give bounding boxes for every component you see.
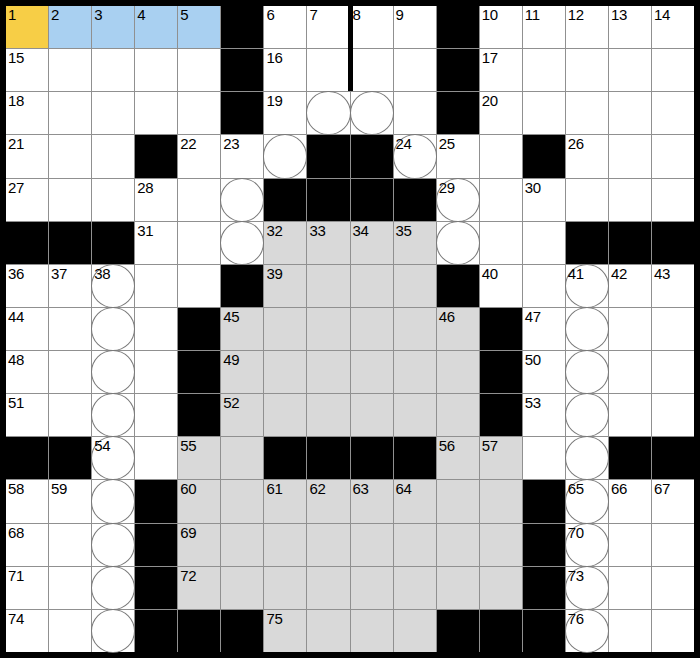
- clue-number: 21: [8, 135, 24, 152]
- cell-r8-c8[interactable]: [307, 308, 349, 350]
- cell-r3-c13[interactable]: [523, 92, 565, 134]
- cell-r2-c12[interactable]: 17: [480, 49, 522, 91]
- cell-r8-c7[interactable]: [264, 308, 306, 350]
- block-cell-r7-c11: [437, 265, 479, 307]
- cell-r14-c2[interactable]: [49, 567, 91, 609]
- clue-number: 33: [309, 222, 325, 239]
- cell-r9-c15[interactable]: [609, 351, 651, 393]
- block-cell-r11-c7: [264, 437, 306, 479]
- cell-r1-c12[interactable]: 10: [480, 6, 522, 48]
- cell-r4-c2[interactable]: [49, 135, 91, 177]
- cell-r11-c11[interactable]: 56: [437, 437, 479, 479]
- block-cell-r6-c16: [652, 222, 694, 264]
- cell-r5-c14[interactable]: [566, 179, 608, 221]
- cell-r5-c1[interactable]: 27: [6, 179, 48, 221]
- cell-r10-c15[interactable]: [609, 394, 651, 436]
- cell-r1-c4[interactable]: 4: [135, 6, 177, 48]
- cell-r11-c14[interactable]: [566, 437, 608, 479]
- block-cell-r11-c10: [394, 437, 436, 479]
- cell-r9-c6[interactable]: 49: [221, 351, 263, 393]
- cell-r9-c16[interactable]: [652, 351, 694, 393]
- cell-r5-c16[interactable]: [652, 179, 694, 221]
- cell-r8-c4[interactable]: [135, 308, 177, 350]
- clue-number: 51: [8, 394, 24, 411]
- cell-r12-c16[interactable]: 67: [652, 480, 694, 522]
- clue-number: 24: [396, 135, 412, 152]
- cell-r13-c1[interactable]: 68: [6, 524, 48, 566]
- cell-r3-c12[interactable]: 20: [480, 92, 522, 134]
- cell-r10-c4[interactable]: [135, 394, 177, 436]
- cell-r9-c14[interactable]: [566, 351, 608, 393]
- block-cell-r3-c11: [437, 92, 479, 134]
- cell-r4-c3[interactable]: [92, 135, 134, 177]
- clue-number: 48: [8, 351, 24, 368]
- clue-number: 9: [396, 6, 404, 23]
- cell-r3-c14[interactable]: [566, 92, 608, 134]
- circle-marker: [350, 91, 394, 135]
- cell-r1-c16[interactable]: 14: [652, 6, 694, 48]
- cell-r11-c5[interactable]: 55: [178, 437, 220, 479]
- cell-r8-c9[interactable]: [351, 308, 393, 350]
- cell-r12-c9[interactable]: 63: [351, 480, 393, 522]
- cell-r14-c3[interactable]: [92, 567, 134, 609]
- clue-number: 27: [8, 179, 24, 196]
- cell-r9-c4[interactable]: [135, 351, 177, 393]
- cell-r5-c3[interactable]: [92, 179, 134, 221]
- clue-number: 12: [568, 6, 584, 23]
- cell-r11-c13[interactable]: [523, 437, 565, 479]
- cell-r5-c5[interactable]: [178, 179, 220, 221]
- circle-marker: [91, 566, 135, 610]
- cell-r8-c2[interactable]: [49, 308, 91, 350]
- block-cell-r8-c12: [480, 308, 522, 350]
- cell-r10-c16[interactable]: [652, 394, 694, 436]
- block-cell-r14-c13: [523, 567, 565, 609]
- cell-r3-c15[interactable]: [609, 92, 651, 134]
- clue-number: 2: [51, 6, 59, 23]
- cell-r1-c3[interactable]: 3: [92, 6, 134, 48]
- cell-r2-c14[interactable]: [566, 49, 608, 91]
- cell-r13-c14[interactable]: 70: [566, 524, 608, 566]
- cell-r5-c4[interactable]: 28: [135, 179, 177, 221]
- cell-r4-c11[interactable]: 25: [437, 135, 479, 177]
- cell-r2-c8[interactable]: [307, 49, 349, 91]
- cell-r14-c15[interactable]: [609, 567, 651, 609]
- cell-r7-c16[interactable]: 43: [652, 265, 694, 307]
- block-cell-r5-c7: [264, 179, 306, 221]
- cell-r6-c7[interactable]: 32: [264, 222, 306, 264]
- cell-r7-c2[interactable]: 37: [49, 265, 91, 307]
- clue-number: 66: [611, 480, 627, 497]
- cell-r4-c16[interactable]: [652, 135, 694, 177]
- cell-r12-c1[interactable]: 58: [6, 480, 48, 522]
- cell-r2-c10[interactable]: [394, 49, 436, 91]
- cell-r12-c15[interactable]: 66: [609, 480, 651, 522]
- cell-r14-c5[interactable]: 72: [178, 567, 220, 609]
- cell-r4-c6[interactable]: 23: [221, 135, 263, 177]
- cell-r13-c7[interactable]: [264, 524, 306, 566]
- cell-r15-c14[interactable]: 76: [566, 610, 608, 652]
- cell-r12-c3[interactable]: [92, 480, 134, 522]
- clue-number: 55: [180, 437, 196, 454]
- cell-r14-c8[interactable]: [307, 567, 349, 609]
- clue-number: 28: [137, 179, 153, 196]
- cell-r12-c8[interactable]: 62: [307, 480, 349, 522]
- block-cell-r15-c12: [480, 610, 522, 652]
- clue-number: 14: [654, 6, 670, 23]
- block-cell-r2-c11: [437, 49, 479, 91]
- cell-r15-c15[interactable]: [609, 610, 651, 652]
- clue-number: 3: [94, 6, 102, 23]
- block-cell-r7-c6: [221, 265, 263, 307]
- cell-r2-c1[interactable]: 15: [6, 49, 48, 91]
- cell-r10-c9[interactable]: [351, 394, 393, 436]
- clue-number: 18: [8, 92, 24, 109]
- clue-number: 16: [266, 49, 282, 66]
- cell-r4-c5[interactable]: 22: [178, 135, 220, 177]
- cell-r11-c12[interactable]: 57: [480, 437, 522, 479]
- cell-r12-c12[interactable]: [480, 480, 522, 522]
- clue-number: 50: [525, 351, 541, 368]
- cell-r6-c10[interactable]: 35: [394, 222, 436, 264]
- block-cell-r8-c5: [178, 308, 220, 350]
- cell-r11-c6[interactable]: [221, 437, 263, 479]
- cell-r14-c14[interactable]: 73: [566, 567, 608, 609]
- clue-number: 39: [266, 265, 282, 282]
- clue-number: 73: [568, 567, 584, 584]
- circle-marker: [91, 479, 135, 523]
- cell-r2-c15[interactable]: [609, 49, 651, 91]
- cell-r14-c1[interactable]: 71: [6, 567, 48, 609]
- cell-r13-c8[interactable]: [307, 524, 349, 566]
- cell-r8-c15[interactable]: [609, 308, 651, 350]
- cell-r7-c14[interactable]: 41: [566, 265, 608, 307]
- cell-r5-c2[interactable]: [49, 179, 91, 221]
- cell-r10-c13[interactable]: 53: [523, 394, 565, 436]
- cell-r2-c5[interactable]: [178, 49, 220, 91]
- clue-number: 49: [223, 351, 239, 368]
- cell-r3-c3[interactable]: [92, 92, 134, 134]
- clue-number: 71: [8, 567, 24, 584]
- clue-number: 38: [94, 265, 110, 282]
- cell-r7-c10[interactable]: [394, 265, 436, 307]
- cell-r3-c5[interactable]: [178, 92, 220, 134]
- block-cell-r11-c15: [609, 437, 651, 479]
- block-cell-r11-c8: [307, 437, 349, 479]
- clue-number: 13: [611, 6, 627, 23]
- block-cell-r15-c13: [523, 610, 565, 652]
- cell-r15-c16[interactable]: [652, 610, 694, 652]
- cell-r3-c10[interactable]: [394, 92, 436, 134]
- cell-r13-c9[interactable]: [351, 524, 393, 566]
- cell-r9-c2[interactable]: [49, 351, 91, 393]
- cell-r12-c10[interactable]: 64: [394, 480, 436, 522]
- cell-r1-c1[interactable]: 1: [6, 6, 48, 48]
- clue-number: 43: [654, 265, 670, 282]
- block-cell-r12-c13: [523, 480, 565, 522]
- cell-r14-c6[interactable]: [221, 567, 263, 609]
- cell-r11-c4[interactable]: [135, 437, 177, 479]
- cell-r7-c12[interactable]: 40: [480, 265, 522, 307]
- cell-r10-c3[interactable]: [92, 394, 134, 436]
- cell-r1-c10[interactable]: 9: [394, 6, 436, 48]
- cell-r15-c2[interactable]: [49, 610, 91, 652]
- cell-r5-c15[interactable]: [609, 179, 651, 221]
- block-cell-r15-c5: [178, 610, 220, 652]
- cell-r1-c14[interactable]: 12: [566, 6, 608, 48]
- cell-r2-c7[interactable]: 16: [264, 49, 306, 91]
- cell-r10-c8[interactable]: [307, 394, 349, 436]
- clue-number: 60: [180, 480, 196, 497]
- clue-number: 6: [266, 6, 274, 23]
- cell-r9-c3[interactable]: [92, 351, 134, 393]
- clue-number: 65: [568, 480, 584, 497]
- cell-r4-c14[interactable]: 26: [566, 135, 608, 177]
- circle-marker: [263, 134, 307, 178]
- clue-number: 72: [180, 567, 196, 584]
- cell-r1-c2[interactable]: 2: [49, 6, 91, 48]
- clue-number: 58: [8, 480, 24, 497]
- clue-number: 8: [353, 6, 361, 23]
- cell-r9-c10[interactable]: [394, 351, 436, 393]
- cell-r6-c13[interactable]: [523, 222, 565, 264]
- cell-r9-c9[interactable]: [351, 351, 393, 393]
- cell-r8-c6[interactable]: 45: [221, 308, 263, 350]
- cell-r1-c5[interactable]: 5: [178, 6, 220, 48]
- block-cell-r6-c15: [609, 222, 651, 264]
- clue-number: 35: [396, 222, 412, 239]
- cell-r10-c6[interactable]: 52: [221, 394, 263, 436]
- block-cell-r9-c5: [178, 351, 220, 393]
- cell-r13-c10[interactable]: [394, 524, 436, 566]
- cell-r9-c13[interactable]: 50: [523, 351, 565, 393]
- cell-r15-c3[interactable]: [92, 610, 134, 652]
- cell-r14-c11[interactable]: [437, 567, 479, 609]
- block-cell-r6-c3: [92, 222, 134, 264]
- cell-r14-c10[interactable]: [394, 567, 436, 609]
- clue-number: 34: [353, 222, 369, 239]
- circle-marker: [91, 609, 135, 653]
- cell-r6-c9[interactable]: 34: [351, 222, 393, 264]
- cell-r2-c16[interactable]: [652, 49, 694, 91]
- clue-number: 54: [94, 437, 110, 454]
- cell-r2-c13[interactable]: [523, 49, 565, 91]
- cell-r13-c15[interactable]: [609, 524, 651, 566]
- cell-r10-c14[interactable]: [566, 394, 608, 436]
- clue-number: 76: [568, 610, 584, 627]
- cell-r12-c2[interactable]: 59: [49, 480, 91, 522]
- cell-r5-c11[interactable]: 29: [437, 179, 479, 221]
- block-cell-r9-c12: [480, 351, 522, 393]
- cell-r7-c3[interactable]: 38: [92, 265, 134, 307]
- clue-number: 40: [482, 265, 498, 282]
- cell-r9-c1[interactable]: 48: [6, 351, 48, 393]
- cell-r1-c8[interactable]: 7: [307, 6, 349, 48]
- circle-marker: [91, 393, 135, 437]
- cell-r8-c1[interactable]: 44: [6, 308, 48, 350]
- clue-number: 69: [180, 524, 196, 541]
- cell-r12-c6[interactable]: [221, 480, 263, 522]
- clue-number: 25: [439, 135, 455, 152]
- cell-r8-c11[interactable]: 46: [437, 308, 479, 350]
- cell-r5-c13[interactable]: 30: [523, 179, 565, 221]
- cell-r2-c3[interactable]: [92, 49, 134, 91]
- cell-r4-c7[interactable]: [264, 135, 306, 177]
- block-cell-r12-c4: [135, 480, 177, 522]
- cell-r13-c12[interactable]: [480, 524, 522, 566]
- block-cell-r4-c8: [307, 135, 349, 177]
- cell-r13-c11[interactable]: [437, 524, 479, 566]
- cell-r6-c6[interactable]: [221, 222, 263, 264]
- cell-r15-c1[interactable]: 74: [6, 610, 48, 652]
- cell-r8-c16[interactable]: [652, 308, 694, 350]
- clue-number: 74: [8, 610, 24, 627]
- cell-r10-c1[interactable]: 51: [6, 394, 48, 436]
- cell-r3-c8[interactable]: [307, 92, 349, 134]
- cell-r14-c16[interactable]: [652, 567, 694, 609]
- cell-r9-c8[interactable]: [307, 351, 349, 393]
- cell-r3-c1[interactable]: 18: [6, 92, 48, 134]
- cell-r4-c12[interactable]: [480, 135, 522, 177]
- cell-r1-c7[interactable]: 6: [264, 6, 306, 48]
- cell-r7-c4[interactable]: [135, 265, 177, 307]
- clue-number: 47: [525, 308, 541, 325]
- cell-r9-c11[interactable]: [437, 351, 479, 393]
- cell-r12-c5[interactable]: 60: [178, 480, 220, 522]
- circle-marker: [565, 350, 609, 394]
- cell-r12-c7[interactable]: 61: [264, 480, 306, 522]
- cell-r7-c1[interactable]: 36: [6, 265, 48, 307]
- clue-number: 53: [525, 394, 541, 411]
- cell-r3-c9[interactable]: [351, 92, 393, 134]
- block-cell-r4-c4: [135, 135, 177, 177]
- circle-marker: [220, 221, 264, 265]
- block-cell-r1-c6: [221, 6, 263, 48]
- cell-r6-c8[interactable]: 33: [307, 222, 349, 264]
- cell-r14-c12[interactable]: [480, 567, 522, 609]
- cell-r6-c11[interactable]: [437, 222, 479, 264]
- clue-number: 52: [223, 394, 239, 411]
- clue-number: 42: [611, 265, 627, 282]
- block-cell-r2-c6: [221, 49, 263, 91]
- cell-r5-c6[interactable]: [221, 179, 263, 221]
- block-cell-r15-c11: [437, 610, 479, 652]
- block-cell-r13-c13: [523, 524, 565, 566]
- cell-r12-c11[interactable]: [437, 480, 479, 522]
- clue-number: 36: [8, 265, 24, 282]
- cell-r8-c14[interactable]: [566, 308, 608, 350]
- cell-r3-c7[interactable]: 19: [264, 92, 306, 134]
- cell-r7-c13[interactable]: [523, 265, 565, 307]
- cell-r6-c12[interactable]: [480, 222, 522, 264]
- cell-r1-c15[interactable]: 13: [609, 6, 651, 48]
- circle-marker: [91, 523, 135, 567]
- clue-number: 20: [482, 92, 498, 109]
- cell-r7-c15[interactable]: 42: [609, 265, 651, 307]
- block-cell-r11-c1: [6, 437, 48, 479]
- clue-number: 30: [525, 179, 541, 196]
- cell-r13-c6[interactable]: [221, 524, 263, 566]
- cell-r8-c3[interactable]: [92, 308, 134, 350]
- cell-r4-c1[interactable]: 21: [6, 135, 48, 177]
- clue-number: 67: [654, 480, 670, 497]
- cell-r7-c9[interactable]: [351, 265, 393, 307]
- block-cell-r5-c9: [351, 179, 393, 221]
- cell-r15-c7[interactable]: 75: [264, 610, 306, 652]
- clue-number: 63: [353, 480, 369, 497]
- cell-r7-c8[interactable]: [307, 265, 349, 307]
- cell-r1-c9[interactable]: 8: [351, 6, 393, 48]
- cell-r12-c14[interactable]: 65: [566, 480, 608, 522]
- cell-r11-c3[interactable]: 54: [92, 437, 134, 479]
- block-cell-r4-c13: [523, 135, 565, 177]
- cell-r7-c7[interactable]: 39: [264, 265, 306, 307]
- block-cell-r3-c6: [221, 92, 263, 134]
- cell-r15-c9[interactable]: [351, 610, 393, 652]
- circle-marker: [565, 436, 609, 480]
- cell-r5-c12[interactable]: [480, 179, 522, 221]
- clue-number: 7: [309, 6, 317, 23]
- cell-r4-c10[interactable]: 24: [394, 135, 436, 177]
- cell-r8-c10[interactable]: [394, 308, 436, 350]
- cell-r9-c7[interactable]: [264, 351, 306, 393]
- block-cell-r15-c4: [135, 610, 177, 652]
- cell-r14-c7[interactable]: [264, 567, 306, 609]
- cell-r14-c9[interactable]: [351, 567, 393, 609]
- clue-number: 57: [482, 437, 498, 454]
- clue-number: 68: [8, 524, 24, 541]
- circle-marker: [91, 307, 135, 351]
- cell-r13-c2[interactable]: [49, 524, 91, 566]
- cell-r3-c16[interactable]: [652, 92, 694, 134]
- clue-number: 64: [396, 480, 412, 497]
- clue-number: 10: [482, 6, 498, 23]
- cell-r10-c10[interactable]: [394, 394, 436, 436]
- cell-r4-c15[interactable]: [609, 135, 651, 177]
- crossword-puzzle: 1234567891011121314151617181920212223242…: [0, 0, 700, 658]
- cell-r7-c5[interactable]: [178, 265, 220, 307]
- circle-marker: [91, 350, 135, 394]
- clue-number: 45: [223, 308, 239, 325]
- cell-r6-c5[interactable]: [178, 222, 220, 264]
- cell-r10-c11[interactable]: [437, 394, 479, 436]
- cell-r15-c10[interactable]: [394, 610, 436, 652]
- cell-r1-c13[interactable]: 11: [523, 6, 565, 48]
- block-cell-r10-c12: [480, 394, 522, 436]
- block-cell-r11-c2: [49, 437, 91, 479]
- clue-number: 44: [8, 308, 24, 325]
- cell-r10-c2[interactable]: [49, 394, 91, 436]
- cell-r3-c4[interactable]: [135, 92, 177, 134]
- cell-r10-c7[interactable]: [264, 394, 306, 436]
- cell-r13-c5[interactable]: 69: [178, 524, 220, 566]
- cell-r15-c8[interactable]: [307, 610, 349, 652]
- clue-number: 26: [568, 135, 584, 152]
- cell-r13-c16[interactable]: [652, 524, 694, 566]
- clue-number: 56: [439, 437, 455, 454]
- clue-number: 23: [223, 135, 239, 152]
- cell-r8-c13[interactable]: 47: [523, 308, 565, 350]
- cell-r13-c3[interactable]: [92, 524, 134, 566]
- cell-r3-c2[interactable]: [49, 92, 91, 134]
- clue-number: 4: [137, 6, 145, 23]
- cell-r2-c4[interactable]: [135, 49, 177, 91]
- block-cell-r4-c9: [351, 135, 393, 177]
- cell-r2-c9[interactable]: [351, 49, 393, 91]
- cell-r2-c2[interactable]: [49, 49, 91, 91]
- cell-r6-c4[interactable]: 31: [135, 222, 177, 264]
- clue-number: 31: [137, 222, 153, 239]
